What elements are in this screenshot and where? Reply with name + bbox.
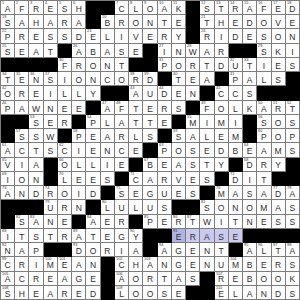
cell-r15c9[interactable]: U — [115, 200, 129, 214]
cell-r10c10[interactable]: L — [129, 129, 143, 143]
cell-r19c13[interactable]: G — [172, 257, 186, 271]
cell-r20c14[interactable]: S — [186, 272, 200, 286]
cell-r10c3[interactable]: S — [29, 129, 43, 143]
cell-r9c3[interactable]: 53S — [29, 115, 43, 129]
cell-r16c11[interactable]: 85P — [143, 215, 157, 229]
cell-r10c2[interactable]: 57S — [15, 129, 29, 143]
cell-r12c6[interactable]: L — [72, 158, 86, 172]
cell-r9c8[interactable]: L — [101, 115, 115, 129]
cell-r12c12[interactable]: E — [158, 158, 172, 172]
cell-r15c20[interactable]: A — [272, 200, 286, 214]
cell-r11c10[interactable]: E — [129, 143, 143, 157]
cell-r4c4[interactable]: T — [44, 44, 58, 58]
cell-r4c7[interactable]: B — [86, 44, 100, 58]
cell-r19c15[interactable]: N — [200, 257, 214, 271]
cell-r12c7[interactable]: L — [86, 158, 100, 172]
cell-r2c15[interactable]: 21T — [200, 15, 214, 29]
cell-r11c19[interactable]: A — [257, 143, 271, 157]
cell-r1c3[interactable]: 3R — [29, 1, 43, 15]
cell-r20c17[interactable]: E — [229, 272, 243, 286]
cell-r9c17[interactable]: I — [229, 115, 243, 129]
cell-r13c6[interactable]: E — [72, 172, 86, 186]
cell-r6c2[interactable]: 35E — [15, 72, 29, 86]
cell-r10c16[interactable]: E — [215, 129, 229, 143]
cell-r19c9[interactable]: 102C — [115, 257, 129, 271]
cell-r11c5[interactable]: 62C — [58, 143, 72, 157]
cell-r2c3[interactable]: H — [29, 15, 43, 29]
cell-r11c9[interactable]: C — [115, 143, 129, 157]
cell-r1c1[interactable]: 1A — [1, 1, 15, 15]
cell-r8c3[interactable]: W — [29, 101, 43, 115]
cell-r16c4[interactable]: N — [44, 215, 58, 229]
cell-r9c4[interactable]: E — [44, 115, 58, 129]
cell-r19c5[interactable]: 101E — [58, 257, 72, 271]
cell-r18c16[interactable]: T — [215, 243, 229, 257]
cell-r13c17[interactable]: 72D — [229, 172, 243, 186]
cell-r19c19[interactable]: E — [257, 257, 271, 271]
cell-r2c4[interactable]: A — [44, 15, 58, 29]
cell-r3c9[interactable]: I — [115, 29, 129, 43]
cell-r5c13[interactable]: O — [172, 58, 186, 72]
cell-r16c7[interactable]: 84A — [86, 215, 100, 229]
cell-r21c20[interactable]: D — [272, 286, 286, 300]
cell-r16c20[interactable]: S — [272, 215, 286, 229]
cell-r15c19[interactable]: M — [257, 200, 271, 214]
cell-r4c3[interactable]: A — [29, 44, 43, 58]
cell-r3c18[interactable]: E — [243, 29, 257, 43]
cell-r12c8[interactable]: I — [101, 158, 115, 172]
cell-r12c9[interactable]: E — [115, 158, 129, 172]
cell-r8c6[interactable]: E — [72, 101, 86, 115]
cell-r6c5[interactable]: I — [58, 72, 72, 86]
cell-r20c21[interactable]: K — [286, 272, 300, 286]
cell-r19c10[interactable]: H — [129, 257, 143, 271]
cell-r14c2[interactable]: N — [15, 186, 29, 200]
cell-r6c8[interactable]: C — [101, 72, 115, 86]
cell-r11c17[interactable]: B — [229, 143, 243, 157]
cell-r5c18[interactable]: 33T — [243, 58, 257, 72]
cell-r6c18[interactable]: A — [243, 72, 257, 86]
cell-r7c14[interactable]: N — [186, 86, 200, 100]
cell-r13c12[interactable]: R — [158, 172, 172, 186]
cell-r21c6[interactable]: E — [72, 286, 86, 300]
cell-r15c8[interactable]: 80L — [101, 200, 115, 214]
cell-r6c7[interactable]: N — [86, 72, 100, 86]
cell-r20c4[interactable]: E — [44, 272, 58, 286]
cell-r15c11[interactable]: U — [143, 200, 157, 214]
cell-r7c3[interactable]: E — [29, 86, 43, 100]
cell-r10c4[interactable]: W — [44, 129, 58, 143]
cell-r9c11[interactable]: T — [143, 115, 157, 129]
cell-r17c10[interactable]: 90Y — [129, 229, 143, 243]
cell-r15c15[interactable]: 81S — [200, 200, 214, 214]
cell-r20c16[interactable]: 107R — [215, 272, 229, 286]
cell-r3c19[interactable]: S — [257, 29, 271, 43]
cell-r5c16[interactable]: D — [215, 58, 229, 72]
cell-r8c10[interactable]: T — [129, 101, 143, 115]
cell-r21c21[interactable]: S — [286, 286, 300, 300]
cell-r12c19[interactable]: R — [257, 158, 271, 172]
cell-r12c5[interactable]: 66O — [58, 158, 72, 172]
cell-r2c9[interactable]: R — [115, 15, 129, 29]
cell-r17c16[interactable]: S — [215, 229, 229, 243]
cell-r2c13[interactable]: E — [172, 15, 186, 29]
cell-r1c6[interactable]: 6H — [72, 1, 86, 15]
cell-r17c4[interactable]: T — [44, 229, 58, 243]
cell-r19c6[interactable]: A — [72, 257, 86, 271]
cell-r15c10[interactable]: L — [129, 200, 143, 214]
cell-r19c14[interactable]: E — [186, 257, 200, 271]
cell-r10c19[interactable]: 60P — [257, 129, 271, 143]
cell-r20c19[interactable]: O — [257, 272, 271, 286]
cell-r20c13[interactable]: A — [172, 272, 186, 286]
cell-r11c18[interactable]: 64E — [243, 143, 257, 157]
cell-r2c11[interactable]: N — [143, 15, 157, 29]
cell-r16c16[interactable]: I — [215, 215, 229, 229]
cell-r18c10[interactable]: A — [129, 243, 143, 257]
cell-r10c21[interactable]: P — [286, 129, 300, 143]
cell-r10c17[interactable]: M — [229, 129, 243, 143]
cell-r2c16[interactable]: H — [215, 15, 229, 29]
cell-r15c4[interactable]: 79U — [44, 200, 58, 214]
cell-r12c11[interactable]: 67B — [143, 158, 157, 172]
cell-r17c5[interactable]: R — [58, 229, 72, 243]
cell-r11c2[interactable]: C — [15, 143, 29, 157]
cell-r21c17[interactable]: L — [229, 286, 243, 300]
cell-r5c5[interactable]: 30F — [58, 58, 72, 72]
cell-r2c6[interactable]: A — [72, 15, 86, 29]
cell-r18c7[interactable]: O — [86, 243, 100, 257]
cell-r20c18[interactable]: B — [243, 272, 257, 286]
cell-r11c13[interactable]: O — [172, 143, 186, 157]
cell-r3c3[interactable]: E — [29, 29, 43, 43]
cell-r3c15[interactable]: 24R — [200, 29, 214, 43]
cell-r8c1[interactable]: 46P — [1, 101, 15, 115]
cell-r16c17[interactable]: T — [229, 215, 243, 229]
cell-r6c20[interactable]: S — [272, 72, 286, 86]
cell-r1c18[interactable]: 15A — [243, 1, 257, 15]
cell-r11c6[interactable]: I — [72, 143, 86, 157]
cell-r18c14[interactable]: E — [186, 243, 200, 257]
cell-r15c16[interactable]: O — [215, 200, 229, 214]
cell-r17c15[interactable]: A — [200, 229, 214, 243]
cell-r15c18[interactable]: O — [243, 200, 257, 214]
cell-r9c20[interactable]: O — [272, 115, 286, 129]
cell-r8c20[interactable]: 51R — [272, 101, 286, 115]
cell-r3c4[interactable]: S — [44, 29, 58, 43]
cell-r5c12[interactable]: 31P — [158, 58, 172, 72]
cell-r4c1[interactable]: 25S — [1, 44, 15, 58]
cell-r4c10[interactable]: E — [129, 44, 143, 58]
cell-r11c21[interactable]: S — [286, 143, 300, 157]
cell-r4c19[interactable]: 29S — [257, 44, 271, 58]
cell-r3c13[interactable]: Y — [172, 29, 186, 43]
cell-r1c4[interactable]: 4E — [44, 1, 58, 15]
cell-r9c14[interactable]: 55M — [186, 115, 200, 129]
cell-r9c7[interactable]: 54P — [86, 115, 100, 129]
cell-r7c4[interactable]: I — [44, 86, 58, 100]
cell-r16c9[interactable]: R — [115, 215, 129, 229]
cell-r11c4[interactable]: S — [44, 143, 58, 157]
cell-r21c12[interactable]: S — [158, 286, 172, 300]
cell-r3c10[interactable]: V — [129, 29, 143, 43]
cell-r4c8[interactable]: A — [101, 44, 115, 58]
cell-r16c13[interactable]: 86R — [172, 215, 186, 229]
cell-r20c5[interactable]: A — [58, 272, 72, 286]
cell-r8c11[interactable]: E — [143, 101, 157, 115]
cell-r18c15[interactable]: N — [200, 243, 214, 257]
cell-r20c1[interactable]: 105A — [1, 272, 15, 286]
cell-r13c10[interactable]: 71C — [129, 172, 143, 186]
cell-r11c7[interactable]: E — [86, 143, 100, 157]
cell-r19c11[interactable]: 103A — [143, 257, 157, 271]
cell-r7c2[interactable]: R — [15, 86, 29, 100]
cell-r10c13[interactable]: 59S — [172, 129, 186, 143]
cell-r17c13[interactable]: 91E — [172, 229, 186, 243]
cell-r2c20[interactable]: V — [272, 15, 286, 29]
cell-r7c18[interactable]: S — [243, 86, 257, 100]
cell-r9c5[interactable]: R — [58, 115, 72, 129]
cell-r13c5[interactable]: 70L — [58, 172, 72, 186]
cell-r2c2[interactable]: A — [15, 15, 29, 29]
cell-r7c6[interactable]: L — [72, 86, 86, 100]
cell-r12c18[interactable]: 68D — [243, 158, 257, 172]
cell-r17c1[interactable]: 88I — [1, 229, 15, 243]
cell-r16c2[interactable]: 82S — [15, 215, 29, 229]
cell-r10c20[interactable]: O — [272, 129, 286, 143]
cell-r14c5[interactable]: O — [58, 186, 72, 200]
cell-r3c7[interactable]: 23E — [86, 29, 100, 43]
cell-r13c8[interactable]: S — [101, 172, 115, 186]
cell-r5c9[interactable]: T — [115, 58, 129, 72]
cell-r10c14[interactable]: A — [186, 129, 200, 143]
cell-r4c20[interactable]: K — [272, 44, 286, 58]
cell-r19c1[interactable]: 99C — [1, 257, 15, 271]
cell-r4c13[interactable]: N — [172, 44, 186, 58]
cell-r9c15[interactable]: I — [200, 115, 214, 129]
cell-r9c19[interactable]: 56S — [257, 115, 271, 129]
cell-r1c19[interactable]: 16F — [257, 1, 271, 15]
cell-r7c5[interactable]: L — [58, 86, 72, 100]
cell-r1c9[interactable]: 7C — [115, 1, 129, 15]
cell-r16c19[interactable]: E — [257, 215, 271, 229]
cell-r9c9[interactable]: A — [115, 115, 129, 129]
cell-r6c4[interactable]: 37S — [44, 72, 58, 86]
cell-r12c13[interactable]: A — [172, 158, 186, 172]
cell-r11c14[interactable]: S — [186, 143, 200, 157]
cell-r19c3[interactable]: I — [29, 257, 43, 271]
cell-r5c19[interactable]: I — [257, 58, 271, 72]
cell-r1c11[interactable]: 9O — [143, 1, 157, 15]
cell-r20c9[interactable]: 106A — [115, 272, 129, 286]
cell-r4c21[interactable]: I — [286, 44, 300, 58]
cell-r18c19[interactable]: 96L — [257, 243, 271, 257]
cell-r10c7[interactable]: E — [86, 129, 100, 143]
cell-r5c17[interactable]: 32U — [229, 58, 243, 72]
cell-r14c10[interactable]: E — [129, 186, 143, 200]
cell-r17c9[interactable]: G — [115, 229, 129, 243]
cell-r4c14[interactable]: 28W — [186, 44, 200, 58]
cell-r11c20[interactable]: M — [272, 143, 286, 157]
cell-r14c4[interactable]: 74R — [44, 186, 58, 200]
cell-r12c15[interactable]: T — [200, 158, 214, 172]
cell-r18c12[interactable]: 94A — [158, 243, 172, 257]
cell-r21c11[interactable]: O — [143, 286, 157, 300]
cell-r8c19[interactable]: 50A — [257, 101, 271, 115]
cell-r11c8[interactable]: N — [101, 143, 115, 157]
cell-r14c9[interactable]: 75S — [115, 186, 129, 200]
cell-r12c14[interactable]: S — [186, 158, 200, 172]
cell-r2c1[interactable]: 19S — [1, 15, 15, 29]
cell-r20c11[interactable]: R — [143, 272, 157, 286]
cell-r21c10[interactable]: O — [129, 286, 143, 300]
cell-r20c7[interactable]: E — [86, 272, 100, 286]
cell-r10c15[interactable]: L — [200, 129, 214, 143]
cell-r12c3[interactable]: A — [29, 158, 43, 172]
cell-r5c21[interactable]: S — [286, 58, 300, 72]
cell-r3c8[interactable]: L — [101, 29, 115, 43]
cell-r8c15[interactable]: 49F — [200, 101, 214, 115]
cell-r5c14[interactable]: R — [186, 58, 200, 72]
cell-r1c5[interactable]: 5S — [58, 1, 72, 15]
cell-r18c18[interactable]: 95A — [243, 243, 257, 257]
cell-r8c9[interactable]: 48F — [115, 101, 129, 115]
cell-r14c20[interactable]: 77D — [272, 186, 286, 200]
cell-r13c18[interactable]: I — [243, 172, 257, 186]
cell-r8c13[interactable]: S — [172, 101, 186, 115]
cell-r17c17[interactable]: E — [229, 229, 243, 243]
cell-r19c17[interactable]: 104M — [229, 257, 243, 271]
cell-r8c2[interactable]: A — [15, 101, 29, 115]
cell-r13c3[interactable]: N — [29, 172, 43, 186]
cell-r8c4[interactable]: N — [44, 101, 58, 115]
cell-r3c16[interactable]: I — [215, 29, 229, 43]
cell-r3c20[interactable]: O — [272, 29, 286, 43]
cell-r6c14[interactable]: E — [186, 72, 200, 86]
cell-r1c16[interactable]: 13T — [215, 1, 229, 15]
cell-r18c1[interactable]: 92N — [1, 243, 15, 257]
cell-r10c9[interactable]: R — [115, 129, 129, 143]
cell-r17c7[interactable]: T — [86, 229, 100, 243]
cell-r19c4[interactable]: 100M — [44, 257, 58, 271]
cell-r8c8[interactable]: 47A — [101, 101, 115, 115]
cell-r14c17[interactable]: A — [229, 186, 243, 200]
cell-r14c21[interactable]: 78A — [286, 186, 300, 200]
cell-r14c14[interactable]: S — [186, 186, 200, 200]
cell-r16c12[interactable]: E — [158, 215, 172, 229]
cell-r5c6[interactable]: R — [72, 58, 86, 72]
cell-r21c9[interactable]: 109L — [115, 286, 129, 300]
cell-r18c6[interactable]: 93D — [72, 243, 86, 257]
cell-r4c15[interactable]: A — [200, 44, 214, 58]
cell-r1c20[interactable]: 17E — [272, 1, 286, 15]
cell-r12c1[interactable]: 65V — [1, 158, 15, 172]
cell-r18c3[interactable]: P — [29, 243, 43, 257]
cell-r12c20[interactable]: Y — [272, 158, 286, 172]
cell-r12c16[interactable]: Y — [215, 158, 229, 172]
cell-r4c12[interactable]: 27I — [158, 44, 172, 58]
cell-r20c12[interactable]: T — [158, 272, 172, 286]
cell-r6c1[interactable]: 34T — [1, 72, 15, 86]
cell-r13c2[interactable]: O — [15, 172, 29, 186]
cell-r1c2[interactable]: 2F — [15, 1, 29, 15]
cell-r6c3[interactable]: 36N — [29, 72, 43, 86]
cell-r7c1[interactable]: 42O — [1, 86, 15, 100]
cell-r14c12[interactable]: U — [158, 186, 172, 200]
cell-r2c19[interactable]: O — [257, 15, 271, 29]
cell-r20c6[interactable]: G — [72, 272, 86, 286]
cell-r4c16[interactable]: R — [215, 44, 229, 58]
cell-r21c4[interactable]: A — [44, 286, 58, 300]
cell-r18c21[interactable]: 98A — [286, 243, 300, 257]
cell-r18c9[interactable]: I — [115, 243, 129, 257]
cell-r13c14[interactable]: E — [186, 172, 200, 186]
cell-r18c8[interactable]: R — [101, 243, 115, 257]
cell-r2c17[interactable]: E — [229, 15, 243, 29]
cell-r16c5[interactable]: E — [58, 215, 72, 229]
cell-r1c21[interactable]: 18D — [286, 1, 300, 15]
cell-r20c2[interactable]: C — [15, 272, 29, 286]
cell-r5c15[interactable]: T — [200, 58, 214, 72]
cell-r7c11[interactable]: U — [143, 86, 157, 100]
cell-r7c17[interactable]: C — [229, 86, 243, 100]
cell-r6c11[interactable]: 39D — [143, 72, 157, 86]
cell-r18c20[interactable]: 97T — [272, 243, 286, 257]
cell-r6c13[interactable]: 40T — [172, 72, 186, 86]
cell-r11c12[interactable]: 63P — [158, 143, 172, 157]
cell-r11c1[interactable]: 61A — [1, 143, 15, 157]
cell-r2c8[interactable]: 20B — [101, 15, 115, 29]
cell-r4c6[interactable]: 26A — [72, 44, 86, 58]
cell-r17c14[interactable]: R — [186, 229, 200, 243]
cell-r21c16[interactable]: 110E — [215, 286, 229, 300]
cell-r7c16[interactable]: 45C — [215, 86, 229, 100]
cell-r11c16[interactable]: D — [215, 143, 229, 157]
cell-r18c13[interactable]: G — [172, 243, 186, 257]
cell-r19c21[interactable]: S — [286, 257, 300, 271]
cell-r17c2[interactable]: T — [15, 229, 29, 243]
cell-r5c7[interactable]: O — [86, 58, 100, 72]
cell-r18c2[interactable]: A — [15, 243, 29, 257]
cell-r3c1[interactable]: 22P — [1, 29, 15, 43]
cell-r6c17[interactable]: 41P — [229, 72, 243, 86]
cell-r16c8[interactable]: E — [101, 215, 115, 229]
cell-r1c15[interactable]: 12S — [200, 1, 214, 15]
cell-r4c2[interactable]: E — [15, 44, 29, 58]
cell-r6c19[interactable]: L — [257, 72, 271, 86]
cell-r15c12[interactable]: S — [158, 200, 172, 214]
cell-r2c21[interactable]: E — [286, 15, 300, 29]
cell-r3c12[interactable]: R — [158, 29, 172, 43]
cell-r8c5[interactable]: E — [58, 101, 72, 115]
cell-r8c21[interactable]: 52T — [286, 101, 300, 115]
cell-r8c16[interactable]: O — [215, 101, 229, 115]
cell-r2c10[interactable]: O — [129, 15, 143, 29]
cell-r13c1[interactable]: 69I — [1, 172, 15, 186]
cell-r21c1[interactable]: 108S — [1, 286, 15, 300]
cell-r15c5[interactable]: R — [58, 200, 72, 214]
cell-r1c12[interactable]: 10A — [158, 1, 172, 15]
cell-r17c8[interactable]: E — [101, 229, 115, 243]
cell-r3c17[interactable]: D — [229, 29, 243, 43]
cell-r21c2[interactable]: H — [15, 286, 29, 300]
cell-r4c9[interactable]: S — [115, 44, 129, 58]
cell-r1c17[interactable]: 14R — [229, 1, 243, 15]
cell-r21c7[interactable]: D — [86, 286, 100, 300]
cell-r3c6[interactable]: D — [72, 29, 86, 43]
cell-r3c5[interactable]: S — [58, 29, 72, 43]
cell-r6c6[interactable]: O — [72, 72, 86, 86]
